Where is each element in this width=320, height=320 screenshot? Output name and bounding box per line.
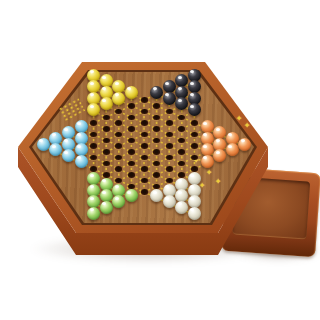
board-hole[interactable]	[141, 120, 148, 126]
board-hole[interactable]	[141, 155, 148, 161]
board-hole[interactable]	[166, 166, 173, 172]
sparkle-icon: ✦	[244, 122, 251, 130]
board-hole[interactable]	[115, 166, 122, 172]
board-hole[interactable]	[191, 155, 198, 161]
board-hole[interactable]	[128, 115, 135, 121]
marble-black[interactable]	[163, 92, 176, 105]
marble-blue[interactable]	[37, 138, 50, 151]
board-hole[interactable]	[178, 126, 185, 132]
board-hole[interactable]	[141, 97, 148, 103]
board-hole[interactable]	[166, 120, 173, 126]
marble-orange[interactable]	[213, 149, 226, 162]
marble-white[interactable]	[175, 201, 188, 214]
board-hole[interactable]	[128, 172, 135, 178]
board-hole[interactable]	[153, 103, 160, 109]
board-hole[interactable]	[153, 184, 160, 190]
board-hole[interactable]	[128, 149, 135, 155]
sparkle-icon: ✦	[215, 178, 222, 186]
board-hole[interactable]	[128, 126, 135, 132]
board-hole[interactable]	[115, 143, 122, 149]
marble-white[interactable]	[163, 195, 176, 208]
marble-yellow[interactable]	[87, 103, 100, 116]
board-hole[interactable]	[128, 103, 135, 109]
board-hole[interactable]	[191, 132, 198, 138]
board-hole[interactable]	[153, 161, 160, 167]
board-hole[interactable]	[166, 132, 173, 138]
marble-blue[interactable]	[75, 155, 88, 168]
board-hole[interactable]	[141, 178, 148, 184]
sparkle-icon: ✦	[206, 169, 213, 177]
board-hole[interactable]	[166, 178, 173, 184]
marble-orange[interactable]	[226, 143, 239, 156]
board-hole[interactable]	[103, 149, 110, 155]
board-hole[interactable]	[103, 115, 110, 121]
sparkle-icon: ✦	[236, 115, 243, 123]
marble-orange[interactable]	[238, 138, 251, 151]
marble-black[interactable]	[188, 103, 201, 116]
board-hole[interactable]	[191, 120, 198, 126]
marble-yellow[interactable]	[125, 86, 138, 99]
marble-orange[interactable]	[201, 155, 214, 168]
board-hole[interactable]	[153, 115, 160, 121]
marble-green[interactable]	[87, 207, 100, 220]
board-hole[interactable]	[141, 132, 148, 138]
board-hole[interactable]	[115, 120, 122, 126]
board-hole[interactable]	[153, 172, 160, 178]
board-hole[interactable]	[90, 143, 97, 149]
marble-blue[interactable]	[62, 149, 75, 162]
board-hole[interactable]	[191, 143, 198, 149]
marble-yellow[interactable]	[100, 97, 113, 110]
board-hole[interactable]	[178, 149, 185, 155]
board-hole[interactable]	[128, 184, 135, 190]
board-hole[interactable]	[141, 109, 148, 115]
marble-white[interactable]	[188, 207, 201, 220]
board-hole[interactable]	[153, 149, 160, 155]
board-hole[interactable]	[153, 138, 160, 144]
board-hole[interactable]	[153, 126, 160, 132]
board-hole[interactable]	[103, 138, 110, 144]
board-playing-surface	[0, 0, 320, 320]
board-hole[interactable]	[141, 166, 148, 172]
board-hole[interactable]	[90, 166, 97, 172]
board-hole[interactable]	[191, 166, 198, 172]
board-hole[interactable]	[103, 172, 110, 178]
marble-green[interactable]	[100, 201, 113, 214]
marble-black[interactable]	[150, 86, 163, 99]
board-hole[interactable]	[166, 109, 173, 115]
board-hole[interactable]	[141, 143, 148, 149]
marble-yellow[interactable]	[112, 92, 125, 105]
board-hole[interactable]	[178, 172, 185, 178]
board-hole[interactable]	[103, 161, 110, 167]
board-hole[interactable]	[128, 161, 135, 167]
board-hole[interactable]	[141, 189, 148, 195]
board-hole[interactable]	[90, 120, 97, 126]
board-hole[interactable]	[128, 138, 135, 144]
board-hole[interactable]	[103, 126, 110, 132]
board-hole[interactable]	[166, 143, 173, 149]
chinese-checkers-product-photo: ✦✦✦✦✦✦	[0, 0, 320, 320]
board-hole[interactable]	[166, 155, 173, 161]
